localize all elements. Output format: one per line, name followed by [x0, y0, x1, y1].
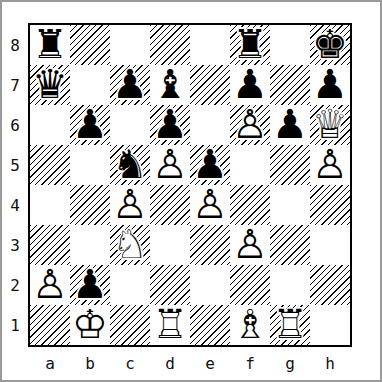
- square-c8[interactable]: [110, 25, 150, 65]
- black-pawn-halo: ♟: [230, 64, 270, 104]
- square-d6[interactable]: ♟♟: [150, 105, 190, 145]
- square-d5[interactable]: ♟♙: [150, 145, 190, 185]
- black-pawn-halo: ♟: [310, 64, 350, 104]
- square-a2[interactable]: ♟♙: [30, 265, 70, 305]
- black-rook-halo: ♜: [30, 24, 70, 64]
- square-f3[interactable]: ♟♙: [230, 225, 270, 265]
- piece-white-bishop: ♗: [230, 304, 270, 344]
- square-b8[interactable]: [70, 25, 110, 65]
- piece-black-pawn: ♟: [310, 64, 350, 104]
- square-e4[interactable]: ♟♙: [190, 185, 230, 225]
- file-label-d: d: [150, 349, 190, 377]
- white-pawn-halo: ♟: [310, 144, 350, 184]
- square-e6[interactable]: [190, 105, 230, 145]
- square-a6[interactable]: [30, 105, 70, 145]
- square-f1[interactable]: ♝♗: [230, 305, 270, 345]
- white-king-halo: ♚: [70, 304, 110, 344]
- square-a1[interactable]: [30, 305, 70, 345]
- rank-label-1: 1: [2, 305, 28, 345]
- piece-white-pawn: ♙: [190, 184, 230, 224]
- white-queen-halo: ♛: [310, 104, 350, 144]
- square-b4[interactable]: [70, 185, 110, 225]
- square-b5[interactable]: [70, 145, 110, 185]
- piece-white-pawn: ♙: [230, 104, 270, 144]
- square-f5[interactable]: [230, 145, 270, 185]
- square-b3[interactable]: [70, 225, 110, 265]
- square-e5[interactable]: ♟♟: [190, 145, 230, 185]
- square-a7[interactable]: ♛♛: [30, 65, 70, 105]
- square-h8[interactable]: ♚♚: [310, 25, 350, 65]
- white-pawn-halo: ♟: [150, 144, 190, 184]
- square-h3[interactable]: [310, 225, 350, 265]
- white-rook-halo: ♜: [150, 304, 190, 344]
- square-a8[interactable]: ♜♜: [30, 25, 70, 65]
- square-g4[interactable]: [270, 185, 310, 225]
- rank-label-4: 4: [2, 185, 28, 225]
- piece-black-pawn: ♟: [70, 104, 110, 144]
- rank-label-3: 3: [2, 225, 28, 265]
- square-h2[interactable]: [310, 265, 350, 305]
- square-d3[interactable]: [150, 225, 190, 265]
- black-pawn-halo: ♟: [110, 64, 150, 104]
- square-c6[interactable]: [110, 105, 150, 145]
- square-e7[interactable]: [190, 65, 230, 105]
- square-b2[interactable]: ♟♟: [70, 265, 110, 305]
- black-pawn-halo: ♟: [150, 104, 190, 144]
- piece-white-king: ♔: [70, 304, 110, 344]
- chess-board: ♜♜♜♜♚♚♛♛♟♟♝♝♟♟♟♟♟♟♟♟♟♙♟♟♛♕♞♞♟♙♟♟♟♙♟♙♟♙♞♘…: [30, 25, 350, 345]
- square-c7[interactable]: ♟♟: [110, 65, 150, 105]
- white-pawn-halo: ♟: [190, 184, 230, 224]
- square-h7[interactable]: ♟♟: [310, 65, 350, 105]
- square-g5[interactable]: [270, 145, 310, 185]
- piece-black-pawn: ♟: [190, 144, 230, 184]
- square-d2[interactable]: [150, 265, 190, 305]
- piece-black-pawn: ♟: [270, 104, 310, 144]
- piece-white-rook: ♖: [270, 304, 310, 344]
- rank-label-8: 8: [2, 25, 28, 65]
- square-f2[interactable]: [230, 265, 270, 305]
- rank-label-7: 7: [2, 65, 28, 105]
- file-labels: abcdefgh: [30, 349, 350, 377]
- square-g7[interactable]: [270, 65, 310, 105]
- square-a3[interactable]: [30, 225, 70, 265]
- black-pawn-halo: ♟: [70, 264, 110, 304]
- white-knight-halo: ♞: [110, 224, 150, 264]
- piece-white-rook: ♖: [150, 304, 190, 344]
- black-king-halo: ♚: [310, 24, 350, 64]
- piece-white-pawn: ♙: [230, 224, 270, 264]
- rank-label-5: 5: [2, 145, 28, 185]
- file-label-h: h: [310, 349, 350, 377]
- square-c4[interactable]: ♟♙: [110, 185, 150, 225]
- file-label-g: g: [270, 349, 310, 377]
- square-e2[interactable]: [190, 265, 230, 305]
- square-h4[interactable]: [310, 185, 350, 225]
- piece-black-king: ♚: [310, 24, 350, 64]
- square-c5[interactable]: ♞♞: [110, 145, 150, 185]
- piece-black-rook: ♜: [30, 24, 70, 64]
- black-knight-halo: ♞: [110, 144, 150, 184]
- file-label-a: a: [30, 349, 70, 377]
- black-queen-halo: ♛: [30, 64, 70, 104]
- piece-white-pawn: ♙: [30, 264, 70, 304]
- square-c3[interactable]: ♞♘: [110, 225, 150, 265]
- square-c1[interactable]: [110, 305, 150, 345]
- white-pawn-halo: ♟: [230, 224, 270, 264]
- file-label-b: b: [70, 349, 110, 377]
- square-f8[interactable]: ♜♜: [230, 25, 270, 65]
- white-bishop-halo: ♝: [230, 304, 270, 344]
- square-g3[interactable]: [270, 225, 310, 265]
- square-f4[interactable]: [230, 185, 270, 225]
- square-h5[interactable]: ♟♙: [310, 145, 350, 185]
- black-pawn-halo: ♟: [190, 144, 230, 184]
- piece-white-knight: ♘: [110, 224, 150, 264]
- white-pawn-halo: ♟: [110, 184, 150, 224]
- rank-label-2: 2: [2, 265, 28, 305]
- white-rook-halo: ♜: [270, 304, 310, 344]
- board-frame: ♜♜♜♜♚♚♛♛♟♟♝♝♟♟♟♟♟♟♟♟♟♙♟♟♛♕♞♞♟♙♟♟♟♙♟♙♟♙♞♘…: [28, 23, 352, 347]
- square-b6[interactable]: ♟♟: [70, 105, 110, 145]
- file-label-c: c: [110, 349, 150, 377]
- piece-white-queen: ♕: [310, 104, 350, 144]
- black-bishop-halo: ♝: [150, 64, 190, 104]
- square-g8[interactable]: [270, 25, 310, 65]
- black-pawn-halo: ♟: [70, 104, 110, 144]
- square-h6[interactable]: ♛♕: [310, 105, 350, 145]
- white-pawn-halo: ♟: [230, 104, 270, 144]
- square-f6[interactable]: ♟♙: [230, 105, 270, 145]
- square-d4[interactable]: [150, 185, 190, 225]
- square-a5[interactable]: [30, 145, 70, 185]
- square-f7[interactable]: ♟♟: [230, 65, 270, 105]
- rank-label-6: 6: [2, 105, 28, 145]
- square-e1[interactable]: [190, 305, 230, 345]
- black-rook-halo: ♜: [230, 24, 270, 64]
- square-d7[interactable]: ♝♝: [150, 65, 190, 105]
- piece-white-pawn: ♙: [110, 184, 150, 224]
- square-e8[interactable]: [190, 25, 230, 65]
- piece-white-pawn: ♙: [310, 144, 350, 184]
- piece-black-pawn: ♟: [110, 64, 150, 104]
- square-e3[interactable]: [190, 225, 230, 265]
- square-d8[interactable]: [150, 25, 190, 65]
- square-g6[interactable]: ♟♟: [270, 105, 310, 145]
- square-g1[interactable]: ♜♖: [270, 305, 310, 345]
- file-label-e: e: [190, 349, 230, 377]
- white-pawn-halo: ♟: [30, 264, 70, 304]
- piece-black-pawn: ♟: [230, 64, 270, 104]
- square-a4[interactable]: [30, 185, 70, 225]
- square-b7[interactable]: [70, 65, 110, 105]
- chess-diagram: 87654321 ♜♜♜♜♚♚♛♛♟♟♝♝♟♟♟♟♟♟♟♟♟♙♟♟♛♕♞♞♟♙♟…: [0, 0, 382, 382]
- piece-white-pawn: ♙: [150, 144, 190, 184]
- piece-black-bishop: ♝: [150, 64, 190, 104]
- square-c2[interactable]: [110, 265, 150, 305]
- square-h1[interactable]: [310, 305, 350, 345]
- piece-black-pawn: ♟: [150, 104, 190, 144]
- piece-black-knight: ♞: [110, 144, 150, 184]
- square-d1[interactable]: ♜♖: [150, 305, 190, 345]
- piece-black-queen: ♛: [30, 64, 70, 104]
- file-label-f: f: [230, 349, 270, 377]
- square-g2[interactable]: [270, 265, 310, 305]
- black-pawn-halo: ♟: [270, 104, 310, 144]
- piece-black-rook: ♜: [230, 24, 270, 64]
- square-b1[interactable]: ♚♔: [70, 305, 110, 345]
- piece-black-pawn: ♟: [70, 264, 110, 304]
- rank-labels: 87654321: [2, 25, 28, 345]
